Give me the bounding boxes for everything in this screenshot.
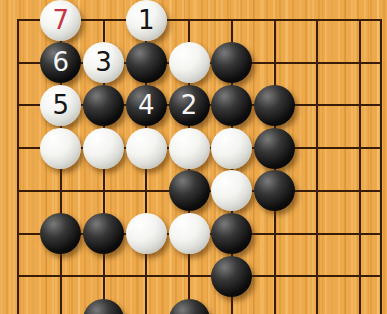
black-stone bbox=[126, 42, 167, 83]
move-number-label: 1 bbox=[138, 0, 155, 41]
black-stone bbox=[169, 299, 210, 314]
black-stone bbox=[211, 256, 252, 297]
white-stone bbox=[40, 128, 81, 169]
move-number-label: 6 bbox=[52, 42, 69, 83]
black-stone bbox=[211, 42, 252, 83]
move-number-label: 7 bbox=[52, 0, 69, 41]
go-board[interactable]: 7163542 bbox=[0, 0, 387, 314]
black-stone: 6 bbox=[40, 42, 81, 83]
white-stone bbox=[126, 213, 167, 254]
black-stone bbox=[211, 213, 252, 254]
black-stone bbox=[83, 85, 124, 126]
move-number-label: 5 bbox=[52, 85, 69, 126]
white-stone: 5 bbox=[40, 85, 81, 126]
move-number-label: 3 bbox=[95, 42, 112, 83]
black-stone bbox=[211, 85, 252, 126]
black-stone bbox=[254, 85, 295, 126]
move-number-label: 2 bbox=[181, 85, 198, 126]
black-stone bbox=[254, 128, 295, 169]
black-stone: 2 bbox=[169, 85, 210, 126]
white-stone bbox=[169, 213, 210, 254]
move-number-label: 4 bbox=[138, 85, 155, 126]
white-stone bbox=[126, 128, 167, 169]
white-stone bbox=[169, 128, 210, 169]
black-stone bbox=[83, 213, 124, 254]
black-stone bbox=[40, 213, 81, 254]
white-stone bbox=[211, 128, 252, 169]
white-stone: 7 bbox=[40, 0, 81, 41]
grid-line bbox=[17, 275, 382, 277]
black-stone bbox=[254, 170, 295, 211]
white-stone: 1 bbox=[126, 0, 167, 41]
black-stone bbox=[83, 299, 124, 314]
white-stone: 3 bbox=[83, 42, 124, 83]
black-stone bbox=[169, 170, 210, 211]
white-stone bbox=[211, 170, 252, 211]
black-stone: 4 bbox=[126, 85, 167, 126]
white-stone bbox=[83, 128, 124, 169]
white-stone bbox=[169, 42, 210, 83]
